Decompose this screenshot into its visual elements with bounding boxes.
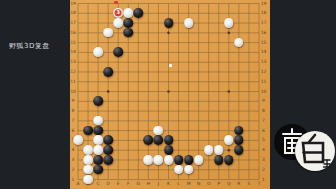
stone-white-c7: [93, 116, 103, 126]
stone-white-c14: [93, 47, 103, 57]
row-label: 19: [70, 1, 76, 6]
move-number-badge: 3: [115, 10, 122, 17]
row-label: 13: [70, 60, 76, 65]
right-panel: [270, 0, 336, 189]
stone-black-c9: [93, 96, 103, 106]
stone-black-m3: [184, 155, 194, 165]
left-panel: 野狐3D复盘: [0, 0, 70, 189]
cursor-speck-icon: [169, 64, 172, 67]
stone-black-q3: [224, 155, 234, 165]
stone-white-b4: [83, 145, 93, 155]
stone-white-e17: [113, 18, 123, 28]
row-label: 7: [262, 119, 265, 124]
row-label: 1: [72, 177, 75, 182]
column-label: G: [137, 182, 141, 187]
row-label: 16: [261, 31, 267, 36]
column-label: T: [258, 182, 261, 187]
stone-black-k17: [164, 18, 174, 28]
row-label: 6: [262, 128, 265, 133]
stone-white-d16: [103, 28, 113, 38]
column-label: R: [237, 182, 240, 187]
caption-text: 野狐3D复盘: [9, 41, 69, 51]
baiwang-logo: [270, 0, 336, 189]
stone-black-k5: [164, 135, 174, 145]
stone-black-d5: [103, 135, 113, 145]
column-label: S: [248, 182, 251, 187]
row-label: 8: [262, 109, 265, 114]
row-label: 3: [72, 158, 75, 163]
stone-white-q17: [224, 18, 234, 28]
column-label: J: [158, 182, 159, 187]
stone-black-e14: [113, 47, 123, 57]
stone-black-c6: [93, 126, 103, 136]
stone-black-k4: [164, 145, 174, 155]
stone-white-f18: [123, 8, 133, 18]
row-label: 14: [70, 50, 76, 55]
row-label: 18: [70, 11, 76, 16]
stone-white-r15: [234, 38, 244, 48]
stone-black-d4: [103, 145, 113, 155]
row-label: 9: [72, 99, 75, 104]
row-label: 13: [261, 60, 267, 65]
row-label: 12: [70, 70, 76, 75]
stone-black-f17: [123, 18, 133, 28]
stone-white-j3: [154, 155, 164, 165]
row-label: 4: [72, 148, 75, 153]
column-label: D: [106, 182, 109, 187]
stone-white-j6: [154, 126, 164, 136]
row-label: 1: [262, 177, 265, 182]
stone-white-l2: [174, 165, 184, 175]
stone-white-c5: [93, 135, 103, 145]
row-label: 11: [261, 79, 267, 84]
stone-white-q5: [224, 135, 234, 145]
row-label: 4: [262, 148, 265, 153]
column-label: E: [117, 182, 120, 187]
row-label: 17: [70, 21, 76, 26]
bai-character-icon: [295, 131, 335, 171]
stone-white-a5: [73, 135, 83, 145]
stone-white-p4: [214, 145, 224, 155]
column-label: M: [187, 182, 191, 187]
column-label: F: [127, 182, 130, 187]
stone-white-o4: [204, 145, 214, 155]
row-label: 2: [72, 168, 75, 173]
row-label: 5: [262, 138, 265, 143]
row-label: 10: [70, 89, 76, 94]
stone-white-k3: [164, 155, 174, 165]
column-label: C: [97, 182, 100, 187]
stone-white-n3: [194, 155, 204, 165]
row-label: 6: [72, 128, 75, 133]
row-label: 3: [262, 158, 265, 163]
stone-white-b3: [83, 155, 93, 165]
row-label: 8: [72, 109, 75, 114]
stone-black-j5: [154, 135, 164, 145]
column-label: H: [147, 182, 150, 187]
stone-white-c4: [93, 145, 103, 155]
column-label: P: [217, 182, 220, 187]
column-label: A: [76, 182, 79, 187]
row-label: 15: [261, 40, 267, 45]
column-label: K: [167, 182, 170, 187]
row-label: 15: [70, 40, 76, 45]
row-label: 7: [72, 119, 75, 124]
row-label: 14: [261, 50, 267, 55]
stone-black-c3: [93, 155, 103, 165]
stone-black-h5: [144, 135, 154, 145]
stone-black-c2: [93, 165, 103, 175]
row-label: 19: [261, 1, 267, 6]
column-label: L: [177, 182, 180, 187]
row-label: 16: [70, 31, 76, 36]
stone-white-b1: [83, 175, 93, 185]
stone-black-r4: [234, 145, 244, 155]
column-label: O: [207, 182, 211, 187]
stone-black-l3: [174, 155, 184, 165]
stone-black-r6: [234, 126, 244, 136]
stone-black-b6: [83, 126, 93, 136]
row-label: 17: [261, 21, 267, 26]
stone-black-p3: [214, 155, 224, 165]
stone-white-m17: [184, 18, 194, 28]
column-label: Q: [227, 182, 231, 187]
stone-white-m2: [184, 165, 194, 175]
go-board[interactable]: 19181716151413121110987654321 1918171615…: [70, 0, 270, 189]
column-label: N: [197, 182, 200, 187]
row-label: 12: [261, 70, 267, 75]
screenshot-root: 野狐3D复盘 19181716151413121110987654321 191…: [0, 0, 336, 189]
stone-black-d3: [103, 155, 113, 165]
stone-black-d12: [103, 67, 113, 77]
row-label: 9: [262, 99, 265, 104]
stone-white-h3: [144, 155, 154, 165]
row-label: 11: [70, 79, 76, 84]
row-label: 10: [261, 89, 267, 94]
stone-black-r5: [234, 135, 244, 145]
stone-black-f16: [123, 28, 133, 38]
row-label: 18: [261, 11, 267, 16]
stone-black-g18: [134, 8, 144, 18]
logo-white-disc: [295, 131, 335, 171]
stone-white-b2: [83, 165, 93, 175]
row-label: 2: [262, 168, 265, 173]
record-indicator-icon: [114, 1, 118, 4]
